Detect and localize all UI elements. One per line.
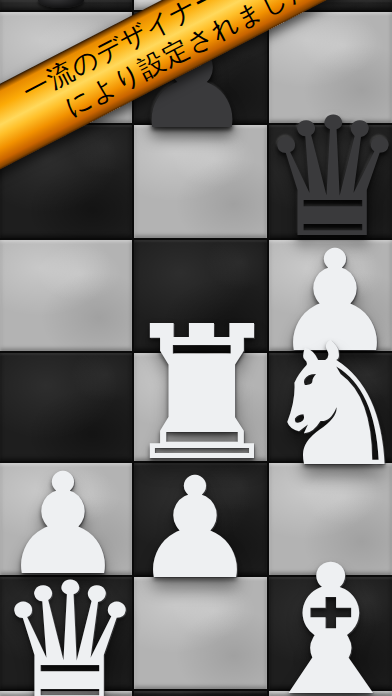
white-queen[interactable]: ♛ [0, 561, 144, 696]
square-r0cA[interactable] [0, 0, 132, 10]
square-r7cB[interactable] [134, 691, 267, 696]
white-knight[interactable]: ♞ [260, 320, 392, 490]
square-r3cA[interactable] [0, 240, 132, 351]
white-bishop[interactable]: ♝ [250, 541, 392, 696]
app-screenshot: ♟ ♛ ♟ ♜ ♞ ♟ ♟ ♛ ♝ 一流のデザイナー により設定されました。 [0, 0, 392, 696]
white-pawn-3[interactable]: ♟ [132, 459, 258, 599]
